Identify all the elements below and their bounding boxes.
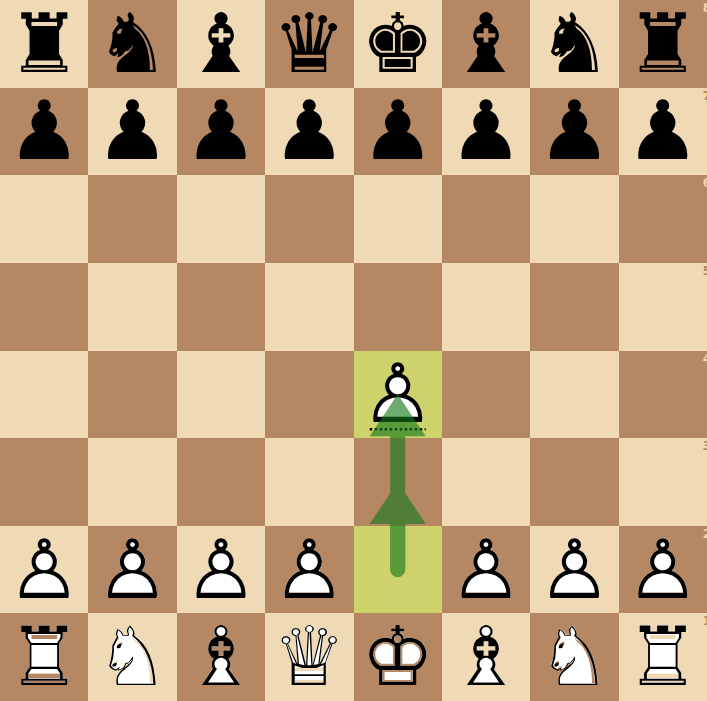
square-b8[interactable]: ♞ [88, 0, 176, 88]
piece-black-pawn[interactable]: ♟ [619, 88, 707, 176]
piece-white-king[interactable]: ♚♔ [354, 613, 442, 701]
square-e4[interactable]: ♟♙ [354, 351, 442, 439]
square-h8[interactable]: ♜ [619, 0, 707, 88]
piece-black-pawn[interactable]: ♟ [354, 88, 442, 176]
square-b6[interactable] [88, 175, 176, 263]
square-e1[interactable]: ♚♔ [354, 613, 442, 701]
square-c5[interactable] [177, 263, 265, 351]
piece-black-knight[interactable]: ♞ [530, 0, 618, 88]
square-f5[interactable] [442, 263, 530, 351]
square-c3[interactable] [177, 438, 265, 526]
piece-white-queen[interactable]: ♛♕ [265, 613, 353, 701]
white-piece-outline: ♗ [449, 616, 523, 698]
square-e6[interactable] [354, 175, 442, 263]
black-piece-glyph: ♟ [361, 90, 435, 172]
square-g5[interactable] [530, 263, 618, 351]
black-piece-glyph: ♟ [96, 90, 170, 172]
black-piece-glyph: ♜ [7, 3, 81, 85]
black-piece-glyph: ♟ [449, 90, 523, 172]
piece-white-knight[interactable]: ♞♘ [530, 613, 618, 701]
square-a3[interactable] [0, 438, 88, 526]
square-f4[interactable] [442, 351, 530, 439]
white-piece-outline: ♗ [184, 616, 258, 698]
chess-board: ♜♞♝♛♚♝♞♜♟♟♟♟♟♟♟♟♟♙♟♙♟♙♟♙♟♙♟♙♟♙♟♙♜♖♞♘♝♗♛♕… [0, 0, 707, 701]
square-f8[interactable]: ♝ [442, 0, 530, 88]
square-h3[interactable] [619, 438, 707, 526]
piece-white-pawn[interactable]: ♟♙ [442, 526, 530, 614]
piece-white-pawn[interactable]: ♟♙ [265, 526, 353, 614]
square-a8[interactable]: ♜ [0, 0, 88, 88]
piece-white-bishop[interactable]: ♝♗ [442, 613, 530, 701]
piece-white-pawn[interactable]: ♟♙ [530, 526, 618, 614]
square-h2[interactable]: ♟♙ [619, 526, 707, 614]
piece-black-rook[interactable]: ♜ [0, 0, 88, 88]
square-g4[interactable] [530, 351, 618, 439]
square-a7[interactable]: ♟ [0, 88, 88, 176]
square-e2[interactable] [354, 526, 442, 614]
piece-black-pawn[interactable]: ♟ [88, 88, 176, 176]
black-piece-glyph: ♞ [538, 3, 612, 85]
piece-black-pawn[interactable]: ♟ [530, 88, 618, 176]
square-a6[interactable] [0, 175, 88, 263]
square-a2[interactable]: ♟♙ [0, 526, 88, 614]
square-f3[interactable] [442, 438, 530, 526]
white-piece-outline: ♙ [7, 529, 81, 611]
black-piece-glyph: ♟ [7, 90, 81, 172]
white-piece-outline: ♙ [538, 529, 612, 611]
square-c7[interactable]: ♟ [177, 88, 265, 176]
square-g2[interactable]: ♟♙ [530, 526, 618, 614]
square-d2[interactable]: ♟♙ [265, 526, 353, 614]
square-g8[interactable]: ♞ [530, 0, 618, 88]
square-c2[interactable]: ♟♙ [177, 526, 265, 614]
square-c4[interactable] [177, 351, 265, 439]
square-f7[interactable]: ♟ [442, 88, 530, 176]
white-piece-outline: ♘ [538, 616, 612, 698]
square-b5[interactable] [88, 263, 176, 351]
black-piece-glyph: ♞ [96, 3, 170, 85]
square-f2[interactable]: ♟♙ [442, 526, 530, 614]
black-piece-glyph: ♟ [538, 90, 612, 172]
white-piece-outline: ♙ [626, 529, 700, 611]
square-c1[interactable]: ♝♗ [177, 613, 265, 701]
square-a5[interactable] [0, 263, 88, 351]
piece-black-queen[interactable]: ♛ [265, 0, 353, 88]
square-d1[interactable]: ♛♕ [265, 613, 353, 701]
white-piece-outline: ♙ [361, 353, 435, 435]
square-b3[interactable] [88, 438, 176, 526]
piece-black-pawn[interactable]: ♟ [265, 88, 353, 176]
square-h6[interactable] [619, 175, 707, 263]
square-b2[interactable]: ♟♙ [88, 526, 176, 614]
white-piece-outline: ♙ [449, 529, 523, 611]
square-c6[interactable] [177, 175, 265, 263]
square-g6[interactable] [530, 175, 618, 263]
piece-black-pawn[interactable]: ♟ [0, 88, 88, 176]
square-h1[interactable]: ♜♖ [619, 613, 707, 701]
white-piece-outline: ♙ [96, 529, 170, 611]
piece-black-pawn[interactable]: ♟ [177, 88, 265, 176]
piece-white-pawn[interactable]: ♟♙ [354, 351, 442, 439]
square-e7[interactable]: ♟ [354, 88, 442, 176]
piece-white-pawn[interactable]: ♟♙ [619, 526, 707, 614]
square-a4[interactable] [0, 351, 88, 439]
piece-white-rook[interactable]: ♜♖ [619, 613, 707, 701]
piece-black-rook[interactable]: ♜ [619, 0, 707, 88]
piece-black-pawn[interactable]: ♟ [442, 88, 530, 176]
square-d8[interactable]: ♛ [265, 0, 353, 88]
square-d4[interactable] [265, 351, 353, 439]
black-piece-glyph: ♟ [273, 90, 347, 172]
square-b4[interactable] [88, 351, 176, 439]
piece-white-knight[interactable]: ♞♘ [88, 613, 176, 701]
white-piece-outline: ♔ [361, 616, 435, 698]
square-d6[interactable] [265, 175, 353, 263]
white-piece-outline: ♙ [273, 529, 347, 611]
square-g7[interactable]: ♟ [530, 88, 618, 176]
black-piece-glyph: ♟ [184, 90, 258, 172]
square-c8[interactable]: ♝ [177, 0, 265, 88]
square-h5[interactable] [619, 263, 707, 351]
piece-white-bishop[interactable]: ♝♗ [177, 613, 265, 701]
white-piece-outline: ♘ [96, 616, 170, 698]
piece-black-king[interactable]: ♚ [354, 0, 442, 88]
square-h7[interactable]: ♟ [619, 88, 707, 176]
square-g1[interactable]: ♞♘ [530, 613, 618, 701]
piece-black-knight[interactable]: ♞ [88, 0, 176, 88]
black-piece-glyph: ♝ [449, 3, 523, 85]
square-d5[interactable] [265, 263, 353, 351]
white-piece-outline: ♕ [273, 616, 347, 698]
piece-white-pawn[interactable]: ♟♙ [0, 526, 88, 614]
white-piece-outline: ♖ [626, 616, 700, 698]
piece-black-bishop[interactable]: ♝ [442, 0, 530, 88]
piece-white-pawn[interactable]: ♟♙ [88, 526, 176, 614]
piece-black-bishop[interactable]: ♝ [177, 0, 265, 88]
white-piece-outline: ♖ [7, 616, 81, 698]
square-f6[interactable] [442, 175, 530, 263]
piece-white-pawn[interactable]: ♟♙ [177, 526, 265, 614]
square-e5[interactable] [354, 263, 442, 351]
square-b7[interactable]: ♟ [88, 88, 176, 176]
black-piece-glyph: ♝ [184, 3, 258, 85]
square-d3[interactable] [265, 438, 353, 526]
piece-white-rook[interactable]: ♜♖ [0, 613, 88, 701]
black-piece-glyph: ♚ [361, 3, 435, 85]
black-piece-glyph: ♛ [273, 3, 347, 85]
white-piece-outline: ♙ [184, 529, 258, 611]
square-b1[interactable]: ♞♘ [88, 613, 176, 701]
black-piece-glyph: ♟ [626, 90, 700, 172]
square-a1[interactable]: ♜♖ [0, 613, 88, 701]
black-piece-glyph: ♜ [626, 3, 700, 85]
board-grid: ♜♞♝♛♚♝♞♜♟♟♟♟♟♟♟♟♟♙♟♙♟♙♟♙♟♙♟♙♟♙♟♙♜♖♞♘♝♗♛♕… [0, 0, 707, 701]
square-e8[interactable]: ♚ [354, 0, 442, 88]
square-g3[interactable] [530, 438, 618, 526]
square-f1[interactable]: ♝♗ [442, 613, 530, 701]
square-e3[interactable] [354, 438, 442, 526]
square-h4[interactable] [619, 351, 707, 439]
square-d7[interactable]: ♟ [265, 88, 353, 176]
